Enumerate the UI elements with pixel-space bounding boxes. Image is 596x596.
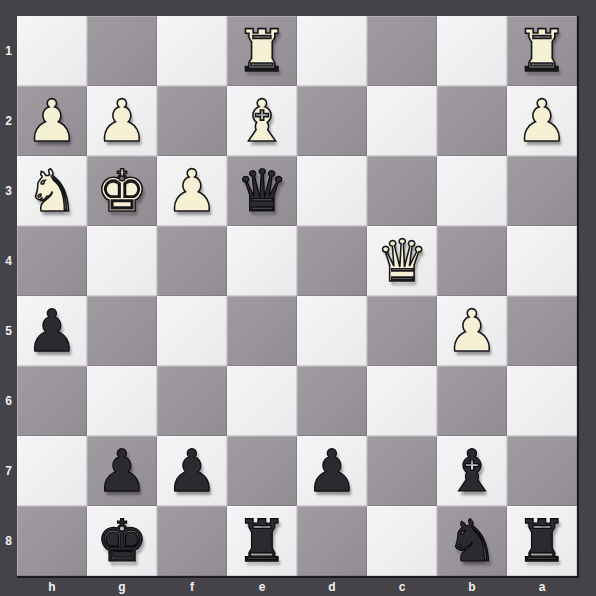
piece-black-rook[interactable]: ♜: [516, 506, 568, 576]
square-f3[interactable]: ♟: [157, 156, 227, 226]
piece-black-pawn[interactable]: ♟: [96, 436, 148, 506]
piece-white-pawn[interactable]: ♟: [166, 156, 218, 226]
square-e4[interactable]: [227, 226, 297, 296]
square-a6[interactable]: [507, 366, 577, 436]
square-f2[interactable]: [157, 86, 227, 156]
piece-white-pawn[interactable]: ♟: [516, 86, 568, 156]
square-b5[interactable]: ♟: [437, 296, 507, 366]
rank-label-6: 6: [0, 366, 17, 436]
square-c5[interactable]: [367, 296, 437, 366]
square-f8[interactable]: [157, 506, 227, 576]
rank-label-2: 2: [0, 86, 17, 156]
square-b1[interactable]: [437, 16, 507, 86]
square-d7[interactable]: ♟: [297, 436, 367, 506]
piece-black-king[interactable]: ♚: [96, 506, 148, 576]
square-b6[interactable]: [437, 366, 507, 436]
piece-white-bishop[interactable]: ♝: [236, 86, 288, 156]
rank-label-7: 7: [0, 436, 17, 506]
piece-black-knight[interactable]: ♞: [446, 506, 498, 576]
square-a1[interactable]: ♜: [507, 16, 577, 86]
square-a8[interactable]: ♜: [507, 506, 577, 576]
square-d3[interactable]: [297, 156, 367, 226]
file-label-h: h: [17, 578, 87, 596]
piece-white-rook[interactable]: ♜: [516, 16, 568, 86]
piece-white-rook[interactable]: ♜: [236, 16, 288, 86]
rank-label-8: 8: [0, 506, 17, 576]
square-a7[interactable]: [507, 436, 577, 506]
file-label-e: e: [227, 578, 297, 596]
square-g6[interactable]: [87, 366, 157, 436]
rank-labels: 12345678: [0, 16, 17, 576]
file-label-d: d: [297, 578, 367, 596]
square-h6[interactable]: [17, 366, 87, 436]
square-g4[interactable]: [87, 226, 157, 296]
square-h5[interactable]: ♟: [17, 296, 87, 366]
square-h2[interactable]: ♟: [17, 86, 87, 156]
file-label-g: g: [87, 578, 157, 596]
square-b3[interactable]: [437, 156, 507, 226]
square-g5[interactable]: [87, 296, 157, 366]
square-h1[interactable]: [17, 16, 87, 86]
square-d8[interactable]: [297, 506, 367, 576]
piece-white-queen[interactable]: ♛: [376, 226, 428, 296]
square-a3[interactable]: [507, 156, 577, 226]
square-a5[interactable]: [507, 296, 577, 366]
square-e7[interactable]: [227, 436, 297, 506]
square-f7[interactable]: ♟: [157, 436, 227, 506]
file-label-f: f: [157, 578, 227, 596]
square-e2[interactable]: ♝: [227, 86, 297, 156]
piece-white-pawn[interactable]: ♟: [446, 296, 498, 366]
square-e3[interactable]: ♛: [227, 156, 297, 226]
square-g1[interactable]: [87, 16, 157, 86]
square-c2[interactable]: [367, 86, 437, 156]
square-g7[interactable]: ♟: [87, 436, 157, 506]
piece-black-bishop[interactable]: ♝: [446, 436, 498, 506]
square-c4[interactable]: ♛: [367, 226, 437, 296]
square-d4[interactable]: [297, 226, 367, 296]
square-f5[interactable]: [157, 296, 227, 366]
square-g2[interactable]: ♟: [87, 86, 157, 156]
square-b8[interactable]: ♞: [437, 506, 507, 576]
piece-black-queen[interactable]: ♛: [236, 156, 288, 226]
square-c7[interactable]: [367, 436, 437, 506]
square-a4[interactable]: [507, 226, 577, 296]
piece-black-pawn[interactable]: ♟: [166, 436, 218, 506]
piece-black-rook[interactable]: ♜: [236, 506, 288, 576]
square-d6[interactable]: [297, 366, 367, 436]
piece-black-pawn[interactable]: ♟: [306, 436, 358, 506]
square-f1[interactable]: [157, 16, 227, 86]
file-label-c: c: [367, 578, 437, 596]
piece-white-king[interactable]: ♚: [96, 156, 148, 226]
square-c1[interactable]: [367, 16, 437, 86]
square-c8[interactable]: [367, 506, 437, 576]
square-h7[interactable]: [17, 436, 87, 506]
file-label-a: a: [507, 578, 577, 596]
square-e5[interactable]: [227, 296, 297, 366]
square-b7[interactable]: ♝: [437, 436, 507, 506]
chess-board[interactable]: ♜♜♟♟♝♟♞♚♟♛♛♟♟♟♟♟♝♚♜♞♜: [17, 16, 579, 578]
piece-white-pawn[interactable]: ♟: [96, 86, 148, 156]
square-f4[interactable]: [157, 226, 227, 296]
piece-white-knight[interactable]: ♞: [26, 156, 78, 226]
square-h3[interactable]: ♞: [17, 156, 87, 226]
piece-white-pawn[interactable]: ♟: [26, 86, 78, 156]
rank-label-5: 5: [0, 296, 17, 366]
rank-label-3: 3: [0, 156, 17, 226]
square-d1[interactable]: [297, 16, 367, 86]
square-f6[interactable]: [157, 366, 227, 436]
square-e6[interactable]: [227, 366, 297, 436]
square-d2[interactable]: [297, 86, 367, 156]
square-g3[interactable]: ♚: [87, 156, 157, 226]
rank-label-1: 1: [0, 16, 17, 86]
square-a2[interactable]: ♟: [507, 86, 577, 156]
file-labels: hgfedcba: [17, 578, 579, 596]
square-b2[interactable]: [437, 86, 507, 156]
square-d5[interactable]: [297, 296, 367, 366]
square-h8[interactable]: [17, 506, 87, 576]
square-g8[interactable]: ♚: [87, 506, 157, 576]
file-label-b: b: [437, 578, 507, 596]
square-h4[interactable]: [17, 226, 87, 296]
chess-board-frame: 12345678 ♜♜♟♟♝♟♞♚♟♛♛♟♟♟♟♟♝♚♜♞♜ hgfedcba: [0, 0, 596, 596]
square-c6[interactable]: [367, 366, 437, 436]
square-b4[interactable]: [437, 226, 507, 296]
square-e8[interactable]: ♜: [227, 506, 297, 576]
piece-black-pawn[interactable]: ♟: [26, 296, 78, 366]
square-e1[interactable]: ♜: [227, 16, 297, 86]
rank-label-4: 4: [0, 226, 17, 296]
square-c3[interactable]: [367, 156, 437, 226]
